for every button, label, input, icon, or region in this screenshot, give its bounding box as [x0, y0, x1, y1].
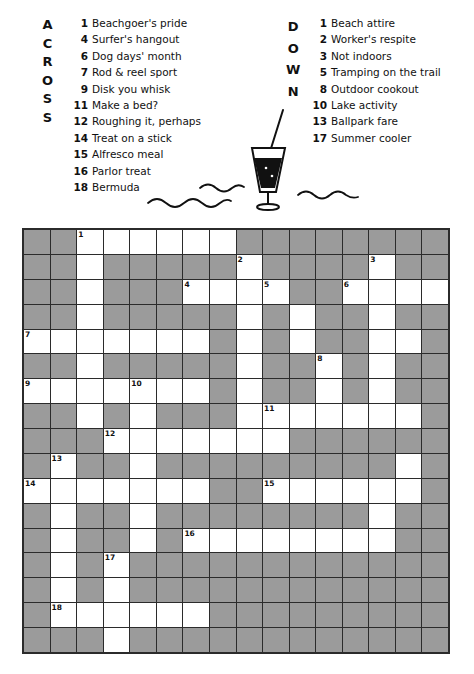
blocked-cell [290, 354, 316, 378]
grid-cell[interactable] [77, 603, 103, 627]
across-clue-4: 4Surfer's hangout [72, 31, 252, 47]
blocked-cell [157, 553, 183, 577]
header-letter: W [286, 59, 300, 81]
across-clue-7: 7Rod & reel sport [72, 64, 252, 80]
blocked-cell [396, 553, 422, 577]
grid-cell[interactable] [51, 379, 77, 403]
blocked-cell [396, 603, 422, 627]
blocked-cell [422, 479, 448, 503]
grid-cell[interactable] [130, 230, 156, 254]
blocked-cell [290, 504, 316, 528]
blocked-cell [290, 454, 316, 478]
grid-cell[interactable] [130, 404, 156, 428]
grid-cell[interactable] [157, 479, 183, 503]
blocked-cell [263, 379, 289, 403]
blocked-cell [51, 354, 77, 378]
blocked-cell [77, 429, 103, 453]
clue-number: 14 [72, 130, 88, 146]
grid-cell[interactable]: 17 [104, 553, 130, 577]
blocked-cell [24, 553, 50, 577]
grid-cell[interactable] [183, 429, 209, 453]
blocked-cell [422, 305, 448, 329]
blocked-cell [422, 354, 448, 378]
clue-number: 3 [311, 48, 327, 64]
blocked-cell [24, 578, 50, 602]
blocked-cell [396, 379, 422, 403]
blocked-cell [130, 578, 156, 602]
header-letter: D [286, 16, 300, 38]
blocked-cell [316, 553, 342, 577]
blocked-cell [396, 354, 422, 378]
clue-number: 12 [72, 113, 88, 129]
blocked-cell [369, 454, 395, 478]
blocked-cell [183, 255, 209, 279]
grid-cell[interactable] [369, 404, 395, 428]
grid-cell[interactable] [77, 479, 103, 503]
across-header: ACROSS [42, 16, 53, 128]
grid-cell[interactable] [104, 578, 130, 602]
blocked-cell [157, 354, 183, 378]
grid-cell[interactable] [396, 404, 422, 428]
grid-cell[interactable] [130, 454, 156, 478]
blocked-cell [130, 354, 156, 378]
grid-cell[interactable] [237, 429, 263, 453]
blocked-cell [396, 628, 422, 652]
grid-cell[interactable] [51, 553, 77, 577]
grid-cell[interactable] [237, 404, 263, 428]
blocked-cell [24, 404, 50, 428]
blocked-cell [290, 379, 316, 403]
clue-number: 2 [311, 31, 327, 47]
grid-cell[interactable] [77, 255, 103, 279]
blocked-cell [237, 454, 263, 478]
blocked-cell [210, 454, 236, 478]
blocked-cell [24, 280, 50, 304]
blocked-cell [316, 305, 342, 329]
blocked-cell [422, 529, 448, 553]
blocked-cell [24, 255, 50, 279]
clue-text: Not indoors [331, 48, 392, 64]
grid-cell[interactable] [369, 504, 395, 528]
blocked-cell [396, 578, 422, 602]
blocked-cell [77, 504, 103, 528]
grid-cell[interactable] [316, 529, 342, 553]
blocked-cell [157, 404, 183, 428]
clue-text: Beach attire [331, 15, 395, 31]
blocked-cell [263, 230, 289, 254]
blocked-cell [316, 504, 342, 528]
blocked-cell [343, 628, 369, 652]
summer-drink-illustration [140, 100, 370, 225]
blocked-cell [77, 529, 103, 553]
blocked-cell [104, 354, 130, 378]
down-clue-1: 1Beach attire [311, 15, 471, 31]
blocked-cell [369, 628, 395, 652]
grid-cell[interactable] [183, 330, 209, 354]
blocked-cell [104, 305, 130, 329]
grid-cell[interactable] [130, 479, 156, 503]
blocked-cell [422, 603, 448, 627]
blocked-cell [316, 280, 342, 304]
grid-cell[interactable] [237, 529, 263, 553]
grid-cell[interactable]: 1 [77, 230, 103, 254]
grid-cell[interactable] [343, 404, 369, 428]
cell-number: 3 [370, 255, 375, 264]
cell-number: 6 [344, 280, 349, 289]
grid-cell[interactable]: 4 [183, 280, 209, 304]
blocked-cell [290, 603, 316, 627]
blocked-cell [369, 429, 395, 453]
grid-cell[interactable]: 14 [24, 479, 50, 503]
blocked-cell [263, 603, 289, 627]
down-clue-2: 2Worker's respite [311, 31, 471, 47]
blocked-cell [369, 578, 395, 602]
grid-cell[interactable] [316, 379, 342, 403]
grid-cell[interactable] [237, 305, 263, 329]
grid-cell[interactable] [104, 628, 130, 652]
header-letter: S [42, 90, 53, 109]
grid-cell[interactable]: 8 [316, 354, 342, 378]
grid-cell[interactable] [369, 280, 395, 304]
grid-cell[interactable]: 9 [24, 379, 50, 403]
grid-cell[interactable]: 11 [263, 404, 289, 428]
clue-number: 16 [72, 163, 88, 179]
grid-cell[interactable] [130, 529, 156, 553]
grid-cell[interactable] [51, 504, 77, 528]
cell-number: 18 [52, 603, 62, 612]
grid-cell[interactable] [290, 479, 316, 503]
blocked-cell [422, 330, 448, 354]
blocked-cell [51, 280, 77, 304]
blocked-cell [210, 504, 236, 528]
grid-cell[interactable]: 16 [183, 529, 209, 553]
blocked-cell [316, 429, 342, 453]
clue-number: 15 [72, 146, 88, 162]
blocked-cell [183, 578, 209, 602]
blocked-cell [77, 628, 103, 652]
blocked-cell [422, 553, 448, 577]
cell-number: 1 [78, 230, 83, 239]
blocked-cell [104, 529, 130, 553]
grid-cell[interactable] [104, 330, 130, 354]
grid-cell[interactable] [130, 330, 156, 354]
grid-cell[interactable] [210, 280, 236, 304]
cell-number: 4 [184, 280, 189, 289]
squiggle-line [200, 185, 244, 192]
blocked-cell [183, 354, 209, 378]
grid-cell[interactable] [51, 529, 77, 553]
grid-cell[interactable] [369, 529, 395, 553]
blocked-cell [24, 454, 50, 478]
blocked-cell [210, 553, 236, 577]
grid-cell[interactable] [290, 529, 316, 553]
grid-cell[interactable]: 7 [24, 330, 50, 354]
grid-cell[interactable] [369, 379, 395, 403]
blocked-cell [24, 230, 50, 254]
grid-cell[interactable] [130, 504, 156, 528]
blocked-cell [210, 330, 236, 354]
grid-cell[interactable] [290, 404, 316, 428]
blocked-cell [157, 578, 183, 602]
blocked-cell [210, 404, 236, 428]
blocked-cell [316, 330, 342, 354]
clue-number: 18 [72, 179, 88, 195]
grid-cell[interactable]: 6 [343, 280, 369, 304]
blocked-cell [183, 454, 209, 478]
grid-cell[interactable] [104, 230, 130, 254]
grid-cell[interactable] [77, 305, 103, 329]
blocked-cell [422, 230, 448, 254]
grid-cell[interactable] [157, 429, 183, 453]
cell-number: 12 [105, 429, 115, 438]
grid-cell[interactable] [51, 479, 77, 503]
grid-cell[interactable] [237, 330, 263, 354]
blocked-cell [157, 255, 183, 279]
grid-cell[interactable] [263, 529, 289, 553]
blocked-cell [210, 479, 236, 503]
grid-cell[interactable] [290, 305, 316, 329]
cell-number: 9 [25, 379, 30, 388]
blocked-cell [210, 354, 236, 378]
blocked-cell [422, 255, 448, 279]
blocked-cell [210, 255, 236, 279]
down-clue-5: 5Tramping on the trail [311, 64, 471, 80]
blocked-cell [263, 255, 289, 279]
blocked-cell [316, 255, 342, 279]
blocked-cell [210, 578, 236, 602]
squiggle-line [298, 192, 358, 199]
blocked-cell [343, 255, 369, 279]
blocked-cell [157, 454, 183, 478]
blocked-cell [51, 628, 77, 652]
blocked-cell [77, 578, 103, 602]
down-clue-8: 8Outdoor cookout [311, 81, 471, 97]
blocked-cell [422, 578, 448, 602]
blocked-cell [290, 578, 316, 602]
cell-number: 11 [264, 404, 274, 413]
blocked-cell [422, 454, 448, 478]
blocked-cell [183, 404, 209, 428]
blocked-cell [237, 479, 263, 503]
blocked-cell [343, 354, 369, 378]
header-letter: R [42, 53, 53, 72]
grid-cell[interactable] [396, 280, 422, 304]
blocked-cell [316, 578, 342, 602]
blocked-cell [24, 628, 50, 652]
blocked-cell [290, 255, 316, 279]
grid-cell[interactable]: 10 [130, 379, 156, 403]
blocked-cell [157, 280, 183, 304]
blocked-cell [210, 628, 236, 652]
blocked-cell [263, 553, 289, 577]
blocked-cell [369, 553, 395, 577]
grid-cell[interactable] [130, 429, 156, 453]
header-letter: N [286, 81, 300, 103]
grid-cell[interactable] [183, 379, 209, 403]
across-clue-9: 9Disk you whisk [72, 81, 252, 97]
grid-cell[interactable] [77, 280, 103, 304]
blocked-cell [343, 454, 369, 478]
blocked-cell [157, 628, 183, 652]
clue-number: 1 [72, 15, 88, 31]
grid-cell[interactable] [157, 330, 183, 354]
grid-cell[interactable]: 15 [263, 479, 289, 503]
blocked-cell [343, 603, 369, 627]
clue-number: 9 [72, 81, 88, 97]
blocked-cell [183, 628, 209, 652]
clue-text: Dog days' month [92, 48, 182, 64]
blocked-cell [396, 255, 422, 279]
grid-cell[interactable] [396, 330, 422, 354]
blocked-cell [130, 255, 156, 279]
grid-cell[interactable] [77, 330, 103, 354]
grid-cell[interactable] [183, 603, 209, 627]
grid-cell[interactable] [343, 529, 369, 553]
blocked-cell [210, 603, 236, 627]
grid-cell[interactable] [210, 429, 236, 453]
cell-number: 16 [184, 529, 194, 538]
blocked-cell [263, 504, 289, 528]
blocked-cell [369, 230, 395, 254]
blocked-cell [343, 429, 369, 453]
grid-cell[interactable] [157, 230, 183, 254]
blocked-cell [237, 628, 263, 652]
grid-cell[interactable] [290, 330, 316, 354]
grid-cell[interactable] [396, 454, 422, 478]
cell-number: 15 [264, 479, 274, 488]
blocked-cell [237, 578, 263, 602]
grid-cell[interactable] [237, 379, 263, 403]
clue-text: Outdoor cookout [331, 81, 419, 97]
grid-cell[interactable]: 13 [51, 454, 77, 478]
blocked-cell [263, 330, 289, 354]
grid-cell[interactable] [396, 479, 422, 503]
blocked-cell [422, 404, 448, 428]
grid-cell[interactable]: 12 [104, 429, 130, 453]
blocked-cell [24, 504, 50, 528]
blocked-cell [183, 305, 209, 329]
blocked-cell [316, 628, 342, 652]
blocked-cell [104, 454, 130, 478]
grid-cell[interactable] [316, 479, 342, 503]
grid-cell[interactable] [104, 479, 130, 503]
blocked-cell [422, 379, 448, 403]
blocked-cell [290, 628, 316, 652]
blocked-cell [51, 404, 77, 428]
blocked-cell [51, 230, 77, 254]
blocked-cell [396, 529, 422, 553]
grid-cell[interactable] [422, 280, 448, 304]
blocked-cell [369, 603, 395, 627]
blocked-cell [263, 578, 289, 602]
grid-cell[interactable] [77, 379, 103, 403]
blocked-cell [263, 628, 289, 652]
cell-number: 13 [52, 454, 62, 463]
grid-cell[interactable] [369, 479, 395, 503]
header-letter: O [286, 38, 300, 60]
clue-number: 5 [311, 64, 327, 80]
blocked-cell [343, 379, 369, 403]
clue-number: 6 [72, 48, 88, 64]
grid-cell[interactable] [183, 479, 209, 503]
across-clue-6: 6Dog days' month [72, 48, 252, 64]
blocked-cell [24, 305, 50, 329]
grid-cell[interactable]: 5 [263, 280, 289, 304]
blocked-cell [316, 603, 342, 627]
grid-cell[interactable] [183, 230, 209, 254]
blocked-cell [237, 553, 263, 577]
blocked-cell [396, 305, 422, 329]
clue-text: Tramping on the trail [331, 64, 441, 80]
blocked-cell [104, 280, 130, 304]
blocked-cell [104, 504, 130, 528]
blocked-cell [290, 280, 316, 304]
grid-cell[interactable] [263, 429, 289, 453]
grid-cell[interactable] [104, 379, 130, 403]
grid-cell[interactable] [369, 330, 395, 354]
blocked-cell [210, 305, 236, 329]
blocked-cell [130, 553, 156, 577]
grid-cell[interactable] [316, 404, 342, 428]
blocked-cell [343, 504, 369, 528]
blocked-cell [263, 354, 289, 378]
blocked-cell [24, 529, 50, 553]
grid-cell[interactable] [51, 578, 77, 602]
cell-number: 8 [317, 354, 322, 363]
cell-number: 10 [131, 379, 141, 388]
grid-cell[interactable] [210, 529, 236, 553]
grid-cell[interactable] [210, 230, 236, 254]
blocked-cell [51, 255, 77, 279]
cell-number: 14 [25, 479, 35, 488]
grid-cell[interactable] [104, 603, 130, 627]
blocked-cell [157, 529, 183, 553]
grid-cell[interactable] [237, 354, 263, 378]
grid-cell[interactable]: 2 [237, 255, 263, 279]
blocked-cell [130, 305, 156, 329]
clue-text: Surfer's hangout [92, 31, 179, 47]
grid-cell[interactable] [369, 305, 395, 329]
grid-cell[interactable] [157, 603, 183, 627]
cell-number: 5 [264, 280, 269, 289]
blocked-cell [210, 379, 236, 403]
blocked-cell [422, 628, 448, 652]
grid-cell[interactable] [77, 354, 103, 378]
header-letter: C [42, 35, 53, 54]
clue-number: 11 [72, 97, 88, 113]
grid-cell[interactable] [157, 379, 183, 403]
blocked-cell [263, 305, 289, 329]
grid-cell[interactable] [77, 404, 103, 428]
blocked-cell [396, 504, 422, 528]
grid-cell[interactable] [369, 354, 395, 378]
blocked-cell [422, 429, 448, 453]
grid-cell[interactable] [237, 280, 263, 304]
grid-cell[interactable] [51, 330, 77, 354]
blocked-cell [24, 429, 50, 453]
clue-number: 8 [311, 81, 327, 97]
cell-number: 17 [105, 553, 115, 562]
grid-cell[interactable]: 18 [51, 603, 77, 627]
grid-cell[interactable] [130, 603, 156, 627]
blocked-cell [343, 330, 369, 354]
grid-cell[interactable] [343, 479, 369, 503]
clue-number: 7 [72, 64, 88, 80]
blocked-cell [316, 454, 342, 478]
blocked-cell [183, 553, 209, 577]
grid-cell[interactable]: 3 [369, 255, 395, 279]
blocked-cell [290, 230, 316, 254]
